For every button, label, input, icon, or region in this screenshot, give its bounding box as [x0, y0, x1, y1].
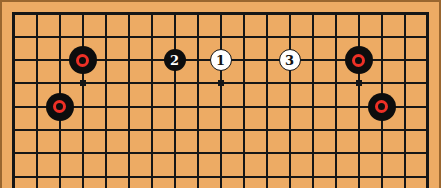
star-point-D16 — [80, 80, 86, 86]
star-point-Q16 — [356, 80, 362, 86]
move-number: 2 — [170, 54, 179, 67]
grid-line-vertical — [243, 12, 245, 188]
stone-black-Q17-marked — [345, 46, 373, 74]
red-circle-marker — [375, 100, 388, 113]
grid-line-vertical — [266, 12, 268, 188]
grid-line-vertical — [335, 12, 337, 188]
grid-line-vertical — [151, 12, 153, 188]
red-circle-marker — [76, 54, 89, 67]
stone-white-K17-move-1: 1 — [210, 49, 232, 71]
red-circle-marker — [53, 100, 66, 113]
stone-black-R15-marked — [368, 93, 396, 121]
grid-line-vertical — [12, 12, 15, 188]
grid-line-horizontal — [12, 152, 429, 154]
grid-line-vertical — [36, 12, 38, 188]
grid-line-horizontal — [12, 106, 429, 108]
move-number: 3 — [285, 54, 294, 67]
grid-line-horizontal — [12, 12, 429, 15]
grid-line-vertical — [312, 12, 314, 188]
grid-line-vertical — [289, 12, 291, 188]
stone-black-C15-marked — [46, 93, 74, 121]
star-point-K16 — [218, 80, 224, 86]
stone-black-D17-marked — [69, 46, 97, 74]
stone-black-H17-move-2: 2 — [164, 49, 186, 71]
move-number: 1 — [216, 54, 225, 67]
grid-line-vertical — [82, 12, 84, 188]
go-board-diagram: 123 — [0, 0, 441, 188]
grid-line-vertical — [426, 12, 429, 188]
grid-line-vertical — [358, 12, 360, 188]
grid-line-vertical — [128, 12, 130, 188]
grid-line-vertical — [174, 12, 176, 188]
grid-line-horizontal — [12, 129, 429, 131]
grid-line-vertical — [105, 12, 107, 188]
grid-line-vertical — [404, 12, 406, 188]
grid-line-vertical — [220, 12, 222, 188]
grid-line-horizontal — [12, 176, 429, 178]
grid-line-vertical — [197, 12, 199, 188]
grid-line-horizontal — [12, 36, 429, 38]
stone-white-N17-move-3: 3 — [279, 49, 301, 71]
red-circle-marker — [352, 54, 365, 67]
